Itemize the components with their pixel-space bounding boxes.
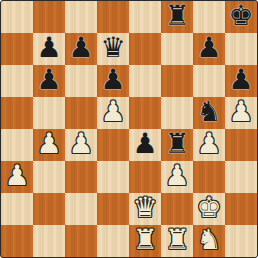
square-b6[interactable]: ♟ — [33, 65, 65, 97]
white-pawn-h5[interactable]: ♟ — [228, 98, 253, 126]
square-c2[interactable] — [65, 193, 97, 225]
square-g4[interactable]: ♟ — [193, 129, 225, 161]
black-pawn-b6[interactable]: ♟ — [36, 66, 61, 94]
black-pawn-h6[interactable]: ♟ — [228, 66, 253, 94]
square-e2[interactable]: ♛ — [129, 193, 161, 225]
square-d6[interactable]: ♟ — [97, 65, 129, 97]
square-e4[interactable]: ♟ — [129, 129, 161, 161]
square-b5[interactable] — [33, 97, 65, 129]
white-pawn-d5[interactable]: ♟ — [100, 98, 125, 126]
black-pawn-g7[interactable]: ♟ — [196, 34, 221, 62]
square-g1[interactable]: ♞ — [193, 225, 225, 257]
square-a7[interactable] — [1, 33, 33, 65]
square-a5[interactable] — [1, 97, 33, 129]
square-d3[interactable] — [97, 161, 129, 193]
square-a1[interactable] — [1, 225, 33, 257]
square-b7[interactable]: ♟ — [33, 33, 65, 65]
black-king-h8[interactable]: ♚ — [228, 2, 253, 30]
square-d5[interactable]: ♟ — [97, 97, 129, 129]
square-f5[interactable] — [161, 97, 193, 129]
square-g6[interactable] — [193, 65, 225, 97]
square-g2[interactable]: ♚ — [193, 193, 225, 225]
square-e1[interactable]: ♜ — [129, 225, 161, 257]
black-pawn-c7[interactable]: ♟ — [68, 34, 93, 62]
square-c3[interactable] — [65, 161, 97, 193]
square-f3[interactable]: ♟ — [161, 161, 193, 193]
square-d1[interactable] — [97, 225, 129, 257]
black-rook-f4[interactable]: ♜ — [164, 130, 189, 158]
square-g5[interactable]: ♞ — [193, 97, 225, 129]
square-d8[interactable] — [97, 1, 129, 33]
square-f4[interactable]: ♜ — [161, 129, 193, 161]
square-d4[interactable] — [97, 129, 129, 161]
white-king-g2[interactable]: ♚ — [196, 194, 221, 222]
square-f7[interactable] — [161, 33, 193, 65]
square-a3[interactable]: ♟ — [1, 161, 33, 193]
square-b1[interactable] — [33, 225, 65, 257]
square-a8[interactable] — [1, 1, 33, 33]
white-rook-e1[interactable]: ♜ — [132, 226, 157, 254]
square-h3[interactable] — [225, 161, 257, 193]
square-h5[interactable]: ♟ — [225, 97, 257, 129]
square-h2[interactable] — [225, 193, 257, 225]
black-pawn-e4[interactable]: ♟ — [132, 130, 157, 158]
square-e3[interactable] — [129, 161, 161, 193]
square-h6[interactable]: ♟ — [225, 65, 257, 97]
white-pawn-g4[interactable]: ♟ — [196, 130, 221, 158]
black-knight-g5[interactable]: ♞ — [196, 98, 221, 126]
square-h1[interactable] — [225, 225, 257, 257]
black-queen-d7[interactable]: ♛ — [100, 34, 125, 62]
square-e5[interactable] — [129, 97, 161, 129]
white-rook-f1[interactable]: ♜ — [164, 226, 189, 254]
square-b4[interactable]: ♟ — [33, 129, 65, 161]
square-f2[interactable] — [161, 193, 193, 225]
square-h8[interactable]: ♚ — [225, 1, 257, 33]
square-f1[interactable]: ♜ — [161, 225, 193, 257]
white-pawn-a3[interactable]: ♟ — [4, 162, 29, 190]
black-rook-f8[interactable]: ♜ — [164, 2, 189, 30]
square-g3[interactable] — [193, 161, 225, 193]
square-b3[interactable] — [33, 161, 65, 193]
chess-board-frame: ♜♚♟♟♛♟♟♟♟♟♞♟♟♟♟♜♟♟♟♛♚♜♜♞ — [0, 0, 258, 258]
white-pawn-b4[interactable]: ♟ — [36, 130, 61, 158]
square-a2[interactable] — [1, 193, 33, 225]
square-b2[interactable] — [33, 193, 65, 225]
white-knight-g1[interactable]: ♞ — [196, 226, 221, 254]
square-h7[interactable] — [225, 33, 257, 65]
square-e8[interactable] — [129, 1, 161, 33]
square-a4[interactable] — [1, 129, 33, 161]
square-c6[interactable] — [65, 65, 97, 97]
square-b8[interactable] — [33, 1, 65, 33]
square-g7[interactable]: ♟ — [193, 33, 225, 65]
square-g8[interactable] — [193, 1, 225, 33]
black-pawn-d6[interactable]: ♟ — [100, 66, 125, 94]
white-pawn-c4[interactable]: ♟ — [68, 130, 93, 158]
square-e6[interactable] — [129, 65, 161, 97]
square-h4[interactable] — [225, 129, 257, 161]
white-queen-e2[interactable]: ♛ — [132, 194, 157, 222]
square-c4[interactable]: ♟ — [65, 129, 97, 161]
square-d7[interactable]: ♛ — [97, 33, 129, 65]
black-pawn-b7[interactable]: ♟ — [36, 34, 61, 62]
square-c5[interactable] — [65, 97, 97, 129]
square-f8[interactable]: ♜ — [161, 1, 193, 33]
square-a6[interactable] — [1, 65, 33, 97]
square-c1[interactable] — [65, 225, 97, 257]
chess-board: ♜♚♟♟♛♟♟♟♟♟♞♟♟♟♟♜♟♟♟♛♚♜♜♞ — [1, 1, 257, 257]
square-e7[interactable] — [129, 33, 161, 65]
square-c8[interactable] — [65, 1, 97, 33]
white-pawn-f3[interactable]: ♟ — [164, 162, 189, 190]
square-f6[interactable] — [161, 65, 193, 97]
square-d2[interactable] — [97, 193, 129, 225]
square-c7[interactable]: ♟ — [65, 33, 97, 65]
